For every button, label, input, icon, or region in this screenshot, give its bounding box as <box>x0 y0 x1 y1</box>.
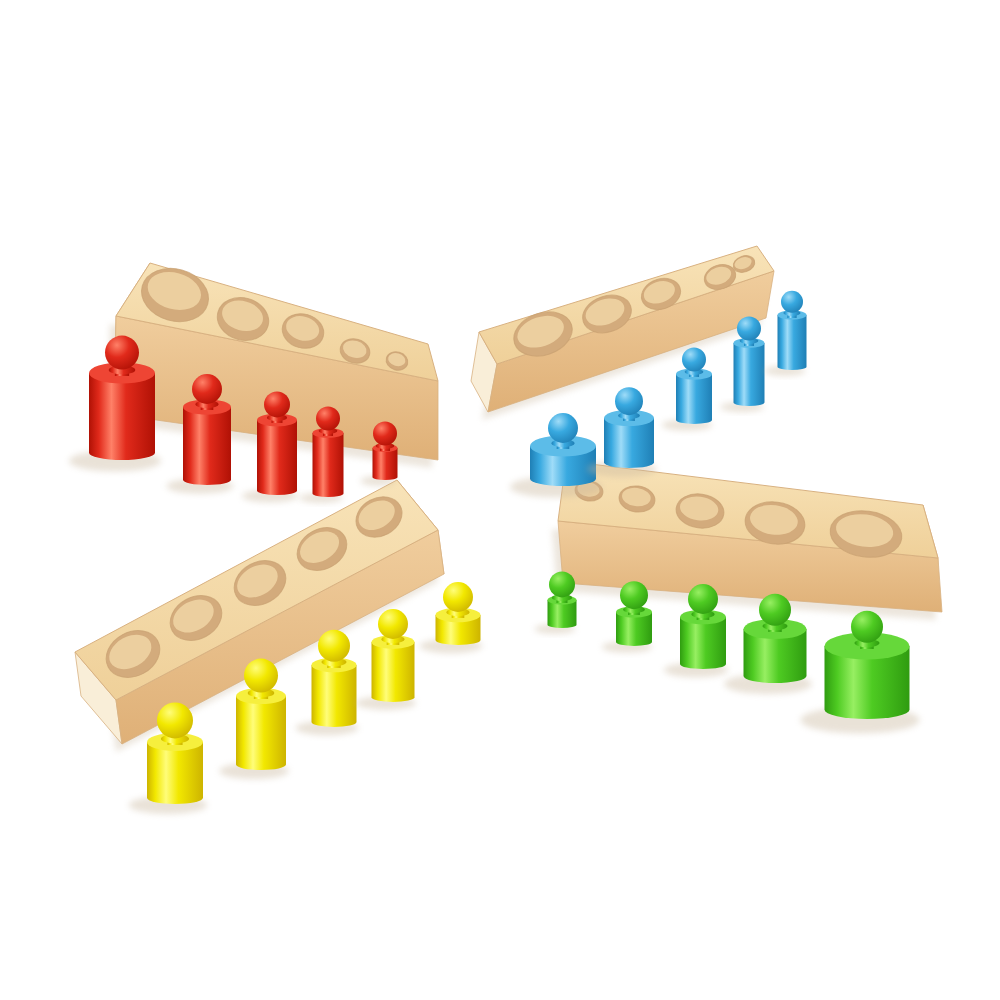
yellow-cylinder-2-body <box>236 696 286 770</box>
blue-cylinder-3-body <box>676 374 712 424</box>
red-cylinder-3-knob <box>264 391 290 417</box>
green-cylinder-3-knob <box>688 584 718 614</box>
yellow-cylinder-5-knob <box>443 582 473 612</box>
yellow-cylinder-4-knob <box>378 609 408 639</box>
blue-cylinder-3-knob <box>682 348 706 372</box>
red-cylinder-1-knob <box>105 336 139 370</box>
green-cylinder-2-knob <box>620 581 648 609</box>
blue-cylinder-3 <box>662 348 712 431</box>
yellow-cylinder-1-body <box>147 742 203 804</box>
yellow-cylinder-3-knob <box>318 630 350 662</box>
green-cylinder-3-body <box>680 617 726 669</box>
photo-canvas <box>0 0 1000 1000</box>
green-cylinder-5-knob <box>851 611 883 643</box>
blue-cylinder-2-knob <box>615 387 643 415</box>
red-cylinder-5-knob <box>373 422 397 446</box>
red-cylinder-1-body <box>89 373 155 460</box>
red-cylinder-5-body <box>373 448 398 480</box>
yellow-cylinder-4 <box>356 609 416 710</box>
yellow-cylinder-2-knob <box>244 659 278 693</box>
green-cylinder-4-knob <box>759 594 791 626</box>
blue-cylinder-1-knob <box>548 413 578 443</box>
yellow-cylinder-4-body <box>372 642 415 702</box>
yellow-cylinder-5 <box>420 582 483 653</box>
red-cylinder-4-body <box>313 433 344 497</box>
blue-cylinder-2 <box>587 387 657 477</box>
blue-cylinder-4-body <box>733 343 764 406</box>
green-cylinder-1-knob <box>549 571 575 597</box>
red-cylinder-2-knob <box>192 374 222 404</box>
red-cylinder-3-body <box>257 420 297 495</box>
blue-cylinder-5 <box>765 291 807 376</box>
blue-cylinder-4-knob <box>737 317 761 341</box>
montessori-cylinder-blocks-photo <box>0 0 1000 1000</box>
blue-cylinder-1 <box>510 413 602 498</box>
yellow-cylinder-1-knob <box>157 702 193 738</box>
green-block <box>552 461 942 620</box>
red-cylinder-2-body <box>183 407 231 485</box>
yellow-cylinder-3-body <box>312 665 357 727</box>
green-cylinder-1 <box>535 571 577 634</box>
blue-cylinder-5-body <box>778 315 807 370</box>
blue-cylinder-5-knob <box>781 291 803 313</box>
red-cylinder-4-knob <box>316 407 340 431</box>
green-cylinder-5 <box>801 611 920 734</box>
